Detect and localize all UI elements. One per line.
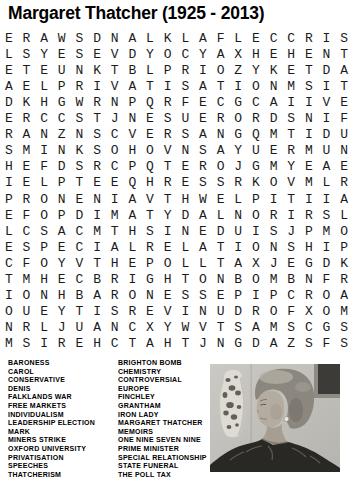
grid-cell[interactable]: H	[300, 239, 318, 255]
grid-cell[interactable]: T	[71, 304, 89, 320]
grid-cell[interactable]: L	[229, 30, 247, 46]
grid-cell[interactable]: Q	[141, 159, 159, 175]
grid-cell[interactable]: R	[159, 127, 177, 143]
grid-cell[interactable]: I	[229, 78, 247, 94]
grid-cell[interactable]: E	[300, 46, 318, 62]
grid-cell[interactable]: V	[124, 127, 142, 143]
grid-cell[interactable]: D	[229, 304, 247, 320]
grid-cell[interactable]: C	[282, 30, 300, 46]
grid-cell[interactable]: R	[18, 30, 36, 46]
grid-cell[interactable]: A	[194, 239, 212, 255]
grid-cell[interactable]: P	[265, 288, 283, 304]
grid-cell[interactable]: O	[35, 207, 53, 223]
grid-cell[interactable]: D	[71, 207, 89, 223]
grid-cell[interactable]: B	[229, 272, 247, 288]
grid-cell[interactable]: L	[229, 191, 247, 207]
grid-cell[interactable]: T	[0, 272, 18, 288]
grid-cell[interactable]: S	[282, 111, 300, 127]
grid-cell[interactable]: V	[318, 94, 336, 110]
grid-cell[interactable]: F	[318, 336, 336, 352]
grid-cell[interactable]: S	[35, 223, 53, 239]
grid-cell[interactable]: E	[141, 111, 159, 127]
grid-cell[interactable]: A	[0, 78, 18, 94]
grid-cell[interactable]: G	[318, 320, 336, 336]
grid-cell[interactable]: E	[159, 288, 177, 304]
grid-cell[interactable]: X	[229, 46, 247, 62]
grid-cell[interactable]: L	[124, 239, 142, 255]
grid-cell[interactable]: A	[335, 191, 353, 207]
grid-cell[interactable]: M	[88, 223, 106, 239]
grid-cell[interactable]: R	[194, 159, 212, 175]
grid-cell[interactable]: S	[71, 111, 89, 127]
grid-cell[interactable]: J	[194, 336, 212, 352]
grid-cell[interactable]: R	[18, 111, 36, 127]
grid-cell[interactable]: A	[194, 127, 212, 143]
grid-cell[interactable]: D	[318, 127, 336, 143]
grid-cell[interactable]: F	[18, 207, 36, 223]
grid-cell[interactable]: R	[124, 304, 142, 320]
grid-cell[interactable]: Y	[53, 255, 71, 271]
grid-cell[interactable]: S	[71, 46, 89, 62]
grid-cell[interactable]: J	[282, 223, 300, 239]
grid-cell[interactable]: A	[212, 143, 230, 159]
grid-cell[interactable]: O	[229, 111, 247, 127]
grid-cell[interactable]: O	[247, 239, 265, 255]
grid-cell[interactable]: T	[124, 336, 142, 352]
grid-cell[interactable]: P	[300, 223, 318, 239]
grid-cell[interactable]: T	[282, 191, 300, 207]
grid-cell[interactable]: R	[18, 191, 36, 207]
grid-cell[interactable]: E	[212, 288, 230, 304]
grid-cell[interactable]: I	[35, 143, 53, 159]
grid-cell[interactable]: C	[0, 255, 18, 271]
grid-cell[interactable]: A	[141, 336, 159, 352]
grid-cell[interactable]: T	[335, 46, 353, 62]
grid-cell[interactable]: C	[35, 111, 53, 127]
grid-cell[interactable]: G	[247, 159, 265, 175]
grid-cell[interactable]: I	[318, 239, 336, 255]
grid-cell[interactable]: R	[18, 320, 36, 336]
grid-cell[interactable]: S	[265, 223, 283, 239]
grid-cell[interactable]: N	[212, 127, 230, 143]
grid-cell[interactable]: E	[282, 62, 300, 78]
grid-cell[interactable]: S	[71, 159, 89, 175]
grid-cell[interactable]: J	[265, 255, 283, 271]
grid-cell[interactable]: T	[300, 62, 318, 78]
grid-cell[interactable]: I	[265, 191, 283, 207]
grid-cell[interactable]: B	[282, 272, 300, 288]
grid-cell[interactable]: I	[282, 207, 300, 223]
grid-cell[interactable]: M	[0, 336, 18, 352]
grid-cell[interactable]: N	[106, 320, 124, 336]
grid-cell[interactable]: E	[0, 207, 18, 223]
grid-cell[interactable]: N	[106, 94, 124, 110]
grid-cell[interactable]: R	[141, 239, 159, 255]
grid-cell[interactable]: Z	[282, 336, 300, 352]
grid-cell[interactable]: N	[194, 304, 212, 320]
grid-cell[interactable]: M	[106, 207, 124, 223]
grid-cell[interactable]: E	[53, 272, 71, 288]
grid-cell[interactable]: Y	[141, 46, 159, 62]
grid-cell[interactable]: I	[300, 191, 318, 207]
grid-cell[interactable]: E	[176, 159, 194, 175]
grid-cell[interactable]: V	[106, 78, 124, 94]
grid-cell[interactable]: O	[318, 304, 336, 320]
grid-cell[interactable]: N	[176, 143, 194, 159]
grid-cell[interactable]: O	[318, 288, 336, 304]
grid-cell[interactable]: N	[106, 30, 124, 46]
grid-cell[interactable]: B	[88, 272, 106, 288]
grid-cell[interactable]: K	[159, 30, 177, 46]
grid-cell[interactable]: L	[176, 255, 194, 271]
grid-cell[interactable]: J	[229, 159, 247, 175]
grid-cell[interactable]: D	[0, 94, 18, 110]
grid-cell[interactable]: Y	[282, 159, 300, 175]
grid-cell[interactable]: M	[300, 143, 318, 159]
grid-cell[interactable]: F	[282, 304, 300, 320]
grid-cell[interactable]: T	[335, 78, 353, 94]
grid-cell[interactable]: T	[106, 223, 124, 239]
grid-cell[interactable]: O	[265, 304, 283, 320]
grid-cell[interactable]: N	[212, 272, 230, 288]
grid-cell[interactable]: I	[159, 223, 177, 239]
grid-cell[interactable]: E	[247, 30, 265, 46]
grid-cell[interactable]: T	[282, 127, 300, 143]
grid-cell[interactable]: D	[318, 255, 336, 271]
grid-cell[interactable]: S	[159, 111, 177, 127]
grid-cell[interactable]: E	[124, 255, 142, 271]
grid-cell[interactable]: E	[35, 304, 53, 320]
grid-cell[interactable]: R	[265, 207, 283, 223]
grid-cell[interactable]: O	[247, 78, 265, 94]
grid-cell[interactable]: S	[318, 207, 336, 223]
grid-cell[interactable]: I	[282, 94, 300, 110]
grid-cell[interactable]: S	[18, 336, 36, 352]
grid-cell[interactable]: Y	[159, 320, 177, 336]
grid-cell[interactable]: H	[0, 159, 18, 175]
grid-cell[interactable]: N	[53, 143, 71, 159]
grid-cell[interactable]: A	[124, 207, 142, 223]
grid-cell[interactable]: N	[35, 288, 53, 304]
grid-cell[interactable]: R	[176, 62, 194, 78]
grid-cell[interactable]: I	[159, 78, 177, 94]
grid-cell[interactable]: P	[53, 78, 71, 94]
grid-cell[interactable]: J	[106, 111, 124, 127]
grid-cell[interactable]: H	[159, 336, 177, 352]
grid-cell[interactable]: N	[300, 111, 318, 127]
grid-cell[interactable]: A	[53, 223, 71, 239]
grid-cell[interactable]: P	[335, 239, 353, 255]
grid-cell[interactable]: P	[124, 94, 142, 110]
grid-cell[interactable]: M	[265, 159, 283, 175]
grid-cell[interactable]: U	[71, 320, 89, 336]
grid-cell[interactable]: K	[18, 94, 36, 110]
grid-cell[interactable]: I	[88, 207, 106, 223]
grid-cell[interactable]: R	[300, 207, 318, 223]
grid-cell[interactable]: W	[71, 94, 89, 110]
grid-cell[interactable]: V	[106, 46, 124, 62]
grid-cell[interactable]: S	[88, 143, 106, 159]
grid-cell[interactable]: N	[88, 191, 106, 207]
grid-cell[interactable]: C	[71, 272, 89, 288]
grid-cell[interactable]: A	[106, 239, 124, 255]
grid-cell[interactable]: H	[124, 143, 142, 159]
grid-cell[interactable]: A	[194, 30, 212, 46]
grid-cell[interactable]: I	[88, 239, 106, 255]
grid-cell[interactable]: E	[18, 78, 36, 94]
grid-cell[interactable]: R	[300, 30, 318, 46]
grid-cell[interactable]: C	[106, 127, 124, 143]
grid-cell[interactable]: T	[106, 62, 124, 78]
grid-cell[interactable]: R	[0, 127, 18, 143]
grid-cell[interactable]: C	[71, 223, 89, 239]
grid-cell[interactable]: E	[71, 191, 89, 207]
grid-cell[interactable]: S	[71, 30, 89, 46]
grid-cell[interactable]: T	[212, 239, 230, 255]
grid-cell[interactable]: A	[212, 46, 230, 62]
grid-cell[interactable]: T	[212, 255, 230, 271]
grid-cell[interactable]: U	[212, 304, 230, 320]
grid-cell[interactable]: C	[247, 94, 265, 110]
grid-cell[interactable]: E	[335, 94, 353, 110]
grid-cell[interactable]: I	[300, 127, 318, 143]
grid-cell[interactable]: O	[247, 207, 265, 223]
grid-cell[interactable]: O	[0, 304, 18, 320]
grid-cell[interactable]: L	[141, 30, 159, 46]
grid-cell[interactable]: S	[141, 223, 159, 239]
grid-cell[interactable]: T	[88, 111, 106, 127]
grid-cell[interactable]: O	[212, 159, 230, 175]
grid-cell[interactable]: R	[53, 336, 71, 352]
grid-cell[interactable]: A	[35, 30, 53, 46]
grid-cell[interactable]: M	[265, 320, 283, 336]
grid-cell[interactable]: L	[0, 46, 18, 62]
grid-cell[interactable]: I	[300, 94, 318, 110]
grid-cell[interactable]: S	[282, 239, 300, 255]
grid-cell[interactable]: P	[53, 207, 71, 223]
grid-cell[interactable]: F	[176, 94, 194, 110]
grid-cell[interactable]: S	[106, 304, 124, 320]
grid-cell[interactable]: O	[141, 143, 159, 159]
grid-cell[interactable]: I	[88, 78, 106, 94]
grid-cell[interactable]: K	[71, 143, 89, 159]
grid-cell[interactable]: E	[106, 175, 124, 191]
grid-cell[interactable]: S	[212, 175, 230, 191]
grid-cell[interactable]: P	[0, 191, 18, 207]
grid-cell[interactable]: H	[141, 175, 159, 191]
grid-cell[interactable]: A	[124, 30, 142, 46]
grid-cell[interactable]: E	[265, 143, 283, 159]
grid-cell[interactable]: S	[176, 78, 194, 94]
grid-cell[interactable]: I	[318, 191, 336, 207]
grid-cell[interactable]: U	[18, 304, 36, 320]
grid-cell[interactable]: S	[194, 143, 212, 159]
grid-cell[interactable]: X	[141, 320, 159, 336]
grid-cell[interactable]: A	[247, 320, 265, 336]
grid-cell[interactable]: W	[53, 30, 71, 46]
grid-cell[interactable]: A	[265, 336, 283, 352]
grid-cell[interactable]: I	[318, 111, 336, 127]
grid-cell[interactable]: J	[53, 320, 71, 336]
grid-cell[interactable]: S	[194, 288, 212, 304]
grid-cell[interactable]: R	[282, 143, 300, 159]
grid-cell[interactable]: I	[247, 223, 265, 239]
grid-cell[interactable]: I	[318, 30, 336, 46]
grid-cell[interactable]: O	[335, 223, 353, 239]
grid-cell[interactable]: R	[300, 288, 318, 304]
grid-cell[interactable]: T	[141, 78, 159, 94]
grid-cell[interactable]: R	[212, 111, 230, 127]
grid-cell[interactable]: A	[88, 320, 106, 336]
grid-cell[interactable]: C	[282, 288, 300, 304]
grid-cell[interactable]: O	[35, 191, 53, 207]
grid-cell[interactable]: H	[282, 46, 300, 62]
grid-cell[interactable]: S	[176, 127, 194, 143]
grid-cell[interactable]: K	[247, 175, 265, 191]
grid-cell[interactable]: I	[35, 336, 53, 352]
grid-cell[interactable]: C	[53, 111, 71, 127]
grid-cell[interactable]: A	[335, 288, 353, 304]
grid-cell[interactable]: O	[159, 46, 177, 62]
grid-cell[interactable]: Q	[124, 175, 142, 191]
grid-cell[interactable]: T	[18, 62, 36, 78]
grid-cell[interactable]: E	[282, 255, 300, 271]
grid-cell[interactable]: A	[194, 207, 212, 223]
grid-cell[interactable]: M	[18, 272, 36, 288]
grid-cell[interactable]: W	[194, 191, 212, 207]
grid-cell[interactable]: I	[106, 191, 124, 207]
grid-cell[interactable]: N	[318, 46, 336, 62]
grid-cell[interactable]: T	[71, 175, 89, 191]
grid-cell[interactable]: S	[300, 336, 318, 352]
grid-cell[interactable]: A	[318, 159, 336, 175]
grid-cell[interactable]: E	[141, 127, 159, 143]
grid-cell[interactable]: Y	[35, 46, 53, 62]
grid-cell[interactable]: D	[88, 30, 106, 46]
grid-cell[interactable]: T	[212, 320, 230, 336]
grid-cell[interactable]: L	[141, 62, 159, 78]
grid-cell[interactable]: Y	[229, 143, 247, 159]
grid-cell[interactable]: N	[212, 336, 230, 352]
grid-cell[interactable]: S	[88, 127, 106, 143]
grid-cell[interactable]: U	[335, 127, 353, 143]
grid-cell[interactable]: N	[300, 272, 318, 288]
grid-cell[interactable]: E	[212, 191, 230, 207]
grid-cell[interactable]: L	[35, 320, 53, 336]
grid-cell[interactable]: C	[176, 46, 194, 62]
grid-cell[interactable]: A	[265, 94, 283, 110]
grid-cell[interactable]: R	[335, 175, 353, 191]
grid-cell[interactable]: H	[247, 46, 265, 62]
grid-cell[interactable]: Y	[194, 46, 212, 62]
grid-cell[interactable]: G	[141, 272, 159, 288]
grid-cell[interactable]: H	[159, 272, 177, 288]
grid-cell[interactable]: V	[141, 191, 159, 207]
grid-cell[interactable]: N	[141, 288, 159, 304]
grid-cell[interactable]: P	[53, 175, 71, 191]
grid-cell[interactable]: E	[194, 94, 212, 110]
grid-cell[interactable]: F	[35, 159, 53, 175]
grid-cell[interactable]: M	[265, 127, 283, 143]
grid-cell[interactable]: O	[194, 272, 212, 288]
grid-cell[interactable]: A	[88, 288, 106, 304]
grid-cell[interactable]: S	[282, 320, 300, 336]
grid-cell[interactable]: C	[265, 30, 283, 46]
grid-cell[interactable]: N	[71, 62, 89, 78]
grid-cell[interactable]: G	[229, 94, 247, 110]
grid-cell[interactable]: U	[318, 143, 336, 159]
grid-cell[interactable]: O	[18, 288, 36, 304]
grid-cell[interactable]: E	[0, 239, 18, 255]
grid-cell[interactable]: S	[18, 46, 36, 62]
grid-cell[interactable]: F	[318, 272, 336, 288]
grid-cell[interactable]: A	[18, 127, 36, 143]
grid-cell[interactable]: L	[212, 207, 230, 223]
grid-cell[interactable]: C	[124, 320, 142, 336]
grid-cell[interactable]: A	[229, 255, 247, 271]
grid-cell[interactable]: R	[88, 94, 106, 110]
grid-cell[interactable]: E	[300, 159, 318, 175]
grid-cell[interactable]: E	[53, 239, 71, 255]
grid-cell[interactable]: U	[247, 143, 265, 159]
grid-cell[interactable]: H	[35, 94, 53, 110]
grid-cell[interactable]: V	[71, 255, 89, 271]
grid-cell[interactable]: N	[71, 127, 89, 143]
grid-cell[interactable]: I	[194, 62, 212, 78]
grid-cell[interactable]: O	[124, 288, 142, 304]
grid-cell[interactable]: N	[335, 143, 353, 159]
grid-cell[interactable]: E	[18, 159, 36, 175]
grid-cell[interactable]: A	[194, 78, 212, 94]
grid-cell[interactable]: P	[124, 159, 142, 175]
grid-cell[interactable]: Y	[53, 304, 71, 320]
grid-cell[interactable]: H	[106, 255, 124, 271]
grid-cell[interactable]: R	[229, 175, 247, 191]
grid-cell[interactable]: E	[88, 46, 106, 62]
grid-cell[interactable]: R	[247, 111, 265, 127]
grid-cell[interactable]: E	[194, 111, 212, 127]
grid-cell[interactable]: O	[35, 255, 53, 271]
grid-cell[interactable]: V	[282, 175, 300, 191]
grid-cell[interactable]: I	[88, 304, 106, 320]
grid-cell[interactable]: T	[141, 207, 159, 223]
grid-cell[interactable]: O	[212, 62, 230, 78]
grid-cell[interactable]: C	[18, 223, 36, 239]
grid-cell[interactable]: E	[141, 304, 159, 320]
grid-cell[interactable]: V	[159, 143, 177, 159]
grid-cell[interactable]: I	[124, 272, 142, 288]
grid-cell[interactable]: G	[53, 94, 71, 110]
grid-cell[interactable]: R	[88, 159, 106, 175]
grid-cell[interactable]: K	[265, 62, 283, 78]
grid-cell[interactable]: E	[335, 159, 353, 175]
grid-cell[interactable]: Y	[247, 62, 265, 78]
grid-cell[interactable]: C	[71, 239, 89, 255]
grid-cell[interactable]: H	[88, 336, 106, 352]
grid-cell[interactable]: E	[0, 30, 18, 46]
grid-cell[interactable]: L	[335, 207, 353, 223]
grid-cell[interactable]: T	[159, 159, 177, 175]
grid-cell[interactable]: I	[0, 288, 18, 304]
grid-cell[interactable]: X	[247, 255, 265, 271]
grid-cell[interactable]: B	[124, 62, 142, 78]
grid-cell[interactable]: L	[318, 175, 336, 191]
grid-cell[interactable]: R	[106, 272, 124, 288]
grid-cell[interactable]: S	[194, 175, 212, 191]
grid-cell[interactable]: N	[265, 78, 283, 94]
grid-cell[interactable]: C	[106, 336, 124, 352]
grid-cell[interactable]: T	[176, 272, 194, 288]
